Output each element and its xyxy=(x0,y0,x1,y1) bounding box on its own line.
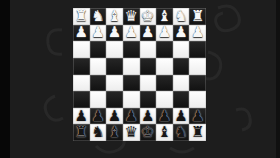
square-e5[interactable] xyxy=(140,58,157,75)
square-g3[interactable] xyxy=(173,91,190,108)
white-pawn-h7: ♟ xyxy=(191,25,204,40)
right-edge-strip xyxy=(276,0,280,158)
white-bishop-f8: ♝ xyxy=(158,8,171,23)
square-f6[interactable] xyxy=(156,41,173,58)
white-queen-d8: ♛ xyxy=(124,8,137,23)
black-knight-b1: ♞ xyxy=(91,125,104,140)
square-g8[interactable]: ♞ xyxy=(173,8,190,25)
white-pawn-g7: ♟ xyxy=(174,25,187,40)
square-d6[interactable] xyxy=(123,41,140,58)
square-d2[interactable]: ♟ xyxy=(123,108,140,125)
square-c3[interactable] xyxy=(106,91,123,108)
square-e7[interactable]: ♟ xyxy=(140,25,157,42)
square-f5[interactable] xyxy=(156,58,173,75)
square-b4[interactable] xyxy=(90,75,107,92)
square-f8[interactable]: ♝ xyxy=(156,8,173,25)
white-king-e8: ♚ xyxy=(141,8,154,23)
square-h2[interactable]: ♟ xyxy=(189,108,206,125)
square-b8[interactable]: ♞ xyxy=(90,8,107,25)
white-pawn-e7: ♟ xyxy=(141,25,154,40)
black-bishop-c1: ♝ xyxy=(108,125,121,140)
black-bishop-f1: ♝ xyxy=(158,125,171,140)
square-c5[interactable] xyxy=(106,58,123,75)
square-a2[interactable]: ♟ xyxy=(73,108,90,125)
square-h4[interactable] xyxy=(189,75,206,92)
square-f7[interactable]: ♟ xyxy=(156,25,173,42)
white-pawn-d7: ♟ xyxy=(124,25,137,40)
square-h1[interactable]: ♜ xyxy=(189,124,206,141)
square-d4[interactable] xyxy=(123,75,140,92)
square-e6[interactable] xyxy=(140,41,157,58)
square-c8[interactable]: ♝ xyxy=(106,8,123,25)
black-king-e1: ♚ xyxy=(141,125,154,140)
square-h8[interactable]: ♜ xyxy=(189,8,206,25)
square-e3[interactable] xyxy=(140,91,157,108)
square-g4[interactable] xyxy=(173,75,190,92)
square-a7[interactable]: ♟ xyxy=(73,25,90,42)
square-c1[interactable]: ♝ xyxy=(106,124,123,141)
square-a8[interactable]: ♜ xyxy=(73,8,90,25)
black-pawn-c2: ♟ xyxy=(108,108,121,123)
square-a4[interactable] xyxy=(73,75,90,92)
white-rook-h8: ♜ xyxy=(191,8,204,23)
black-pawn-d2: ♟ xyxy=(124,108,137,123)
white-pawn-c7: ♟ xyxy=(108,25,121,40)
square-f1[interactable]: ♝ xyxy=(156,124,173,141)
white-pawn-a7: ♟ xyxy=(75,25,88,40)
black-queen-d1: ♛ xyxy=(124,125,137,140)
square-d1[interactable]: ♛ xyxy=(123,124,140,141)
square-f4[interactable] xyxy=(156,75,173,92)
square-h5[interactable] xyxy=(189,58,206,75)
square-d7[interactable]: ♟ xyxy=(123,25,140,42)
square-g6[interactable] xyxy=(173,41,190,58)
square-h7[interactable]: ♟ xyxy=(189,25,206,42)
square-e2[interactable]: ♟ xyxy=(140,108,157,125)
square-d3[interactable] xyxy=(123,91,140,108)
square-c4[interactable] xyxy=(106,75,123,92)
square-c6[interactable] xyxy=(106,41,123,58)
square-a1[interactable]: ♜ xyxy=(73,124,90,141)
square-c2[interactable]: ♟ xyxy=(106,108,123,125)
square-b3[interactable] xyxy=(90,91,107,108)
white-pawn-b7: ♟ xyxy=(91,25,104,40)
black-rook-a1: ♜ xyxy=(75,125,88,140)
square-d5[interactable] xyxy=(123,58,140,75)
square-c7[interactable]: ♟ xyxy=(106,25,123,42)
black-rook-h1: ♜ xyxy=(191,125,204,140)
square-g2[interactable]: ♟ xyxy=(173,108,190,125)
black-pawn-f2: ♟ xyxy=(158,108,171,123)
square-g1[interactable]: ♞ xyxy=(173,124,190,141)
square-b5[interactable] xyxy=(90,58,107,75)
square-b6[interactable] xyxy=(90,41,107,58)
white-knight-b8: ♞ xyxy=(91,8,104,23)
black-pawn-b2: ♟ xyxy=(91,108,104,123)
square-b2[interactable]: ♟ xyxy=(90,108,107,125)
app-canvas: ♜♞♝♛♚♝♞♜♟♟♟♟♟♟♟♟♟♟♟♟♟♟♟♟♜♞♝♛♚♝♞♜ xyxy=(0,0,280,158)
white-bishop-c8: ♝ xyxy=(108,8,121,23)
square-f3[interactable] xyxy=(156,91,173,108)
black-pawn-e2: ♟ xyxy=(141,108,154,123)
square-g5[interactable] xyxy=(173,58,190,75)
square-h3[interactable] xyxy=(189,91,206,108)
square-g7[interactable]: ♟ xyxy=(173,25,190,42)
square-a3[interactable] xyxy=(73,91,90,108)
black-pawn-h2: ♟ xyxy=(191,108,204,123)
chess-board: ♜♞♝♛♚♝♞♜♟♟♟♟♟♟♟♟♟♟♟♟♟♟♟♟♜♞♝♛♚♝♞♜ xyxy=(73,8,206,141)
black-pawn-a2: ♟ xyxy=(75,108,88,123)
black-knight-g1: ♞ xyxy=(174,125,187,140)
black-pawn-g2: ♟ xyxy=(174,108,187,123)
square-b1[interactable]: ♞ xyxy=(90,124,107,141)
square-a6[interactable] xyxy=(73,41,90,58)
white-knight-g8: ♞ xyxy=(174,8,187,23)
square-e4[interactable] xyxy=(140,75,157,92)
square-f2[interactable]: ♟ xyxy=(156,108,173,125)
white-rook-a8: ♜ xyxy=(75,8,88,23)
square-h6[interactable] xyxy=(189,41,206,58)
square-b7[interactable]: ♟ xyxy=(90,25,107,42)
square-e1[interactable]: ♚ xyxy=(140,124,157,141)
square-a5[interactable] xyxy=(73,58,90,75)
white-pawn-f7: ♟ xyxy=(158,25,171,40)
square-e8[interactable]: ♚ xyxy=(140,8,157,25)
square-d8[interactable]: ♛ xyxy=(123,8,140,25)
